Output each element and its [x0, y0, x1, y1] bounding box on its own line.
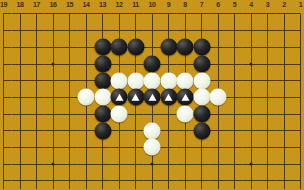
column-label: 19 — [0, 1, 7, 9]
intersection[interactable] — [45, 22, 62, 39]
column-label: 14 — [83, 1, 90, 9]
intersection[interactable] — [276, 106, 293, 123]
intersection[interactable] — [292, 56, 304, 73]
intersection[interactable] — [111, 122, 128, 139]
intersection[interactable] — [12, 56, 29, 73]
intersection[interactable] — [226, 39, 243, 56]
intersection[interactable] — [111, 156, 128, 173]
intersection[interactable] — [292, 72, 304, 89]
intersection[interactable] — [127, 106, 144, 123]
column-label: 8 — [183, 1, 186, 9]
intersection[interactable] — [94, 89, 111, 106]
intersection[interactable] — [127, 122, 144, 139]
intersection[interactable] — [193, 122, 210, 139]
marked-black-stone — [177, 89, 194, 106]
intersection[interactable] — [292, 89, 304, 106]
intersection[interactable] — [61, 89, 78, 106]
intersection[interactable] — [144, 106, 161, 123]
intersection[interactable] — [0, 156, 12, 173]
hoshi-dot — [151, 163, 154, 166]
intersection[interactable] — [243, 56, 260, 73]
intersection[interactable] — [177, 72, 194, 89]
intersection[interactable] — [45, 106, 62, 123]
intersection[interactable] — [78, 22, 95, 39]
intersection[interactable] — [45, 56, 62, 73]
intersection[interactable] — [111, 22, 128, 39]
triangle-mark-icon — [132, 94, 140, 101]
intersection[interactable] — [0, 72, 12, 89]
white-stone — [177, 72, 194, 89]
column-labels: 19181716151413121110987654321 — [0, 0, 304, 12]
intersection[interactable] — [94, 173, 111, 190]
black-stone — [127, 39, 144, 56]
intersection[interactable] — [144, 72, 161, 89]
intersection[interactable] — [78, 139, 95, 156]
intersection[interactable] — [226, 22, 243, 39]
intersection[interactable] — [292, 122, 304, 139]
intersection[interactable] — [45, 89, 62, 106]
black-stone — [94, 56, 111, 73]
intersection[interactable] — [259, 22, 276, 39]
intersection[interactable] — [276, 56, 293, 73]
intersection[interactable] — [0, 173, 12, 190]
intersection[interactable] — [276, 72, 293, 89]
intersection[interactable] — [45, 72, 62, 89]
intersection[interactable] — [210, 56, 227, 73]
intersection[interactable] — [12, 156, 29, 173]
marked-black-stone — [144, 89, 161, 106]
intersection[interactable] — [292, 173, 304, 190]
intersection[interactable] — [94, 22, 111, 39]
intersection[interactable] — [177, 122, 194, 139]
intersection[interactable] — [259, 139, 276, 156]
intersection[interactable] — [0, 139, 12, 156]
intersection[interactable] — [243, 173, 260, 190]
intersection[interactable] — [292, 39, 304, 56]
white-stone — [94, 89, 111, 106]
intersection[interactable] — [144, 22, 161, 39]
black-stone — [94, 72, 111, 89]
hoshi-dot — [250, 163, 253, 166]
intersection[interactable] — [28, 139, 45, 156]
column-label: 17 — [33, 1, 40, 9]
intersection[interactable] — [127, 72, 144, 89]
intersection[interactable] — [111, 173, 128, 190]
intersection[interactable] — [127, 39, 144, 56]
black-stone — [160, 39, 177, 56]
intersection[interactable] — [193, 39, 210, 56]
white-stone — [177, 106, 194, 123]
column-label: 4 — [249, 1, 252, 9]
intersection[interactable] — [276, 139, 293, 156]
intersection[interactable] — [292, 106, 304, 123]
intersection[interactable] — [127, 173, 144, 190]
intersection[interactable] — [78, 72, 95, 89]
intersection[interactable] — [210, 106, 227, 123]
intersection[interactable] — [177, 22, 194, 39]
hoshi-dot — [52, 163, 55, 166]
intersection[interactable] — [160, 106, 177, 123]
intersection[interactable] — [243, 39, 260, 56]
white-stone — [78, 89, 95, 106]
intersection[interactable] — [28, 173, 45, 190]
column-label: 10 — [149, 1, 156, 9]
intersection[interactable] — [259, 72, 276, 89]
intersection[interactable] — [144, 39, 161, 56]
intersection[interactable] — [276, 22, 293, 39]
black-stone — [94, 106, 111, 123]
intersection[interactable] — [259, 122, 276, 139]
hoshi-dot — [250, 63, 253, 66]
intersection[interactable] — [111, 89, 128, 106]
intersection[interactable] — [61, 39, 78, 56]
intersection[interactable] — [160, 39, 177, 56]
intersection[interactable] — [111, 39, 128, 56]
intersection[interactable] — [127, 89, 144, 106]
white-stone — [144, 139, 161, 156]
white-stone — [193, 72, 210, 89]
column-label: 15 — [66, 1, 73, 9]
intersection[interactable] — [193, 89, 210, 106]
marked-black-stone — [160, 89, 177, 106]
intersection[interactable] — [78, 173, 95, 190]
intersection[interactable] — [193, 22, 210, 39]
intersection[interactable] — [226, 106, 243, 123]
intersection[interactable] — [28, 122, 45, 139]
intersection[interactable] — [28, 22, 45, 39]
marked-black-stone — [111, 89, 128, 106]
intersection[interactable] — [193, 72, 210, 89]
black-stone — [94, 39, 111, 56]
column-label: 7 — [200, 1, 203, 9]
intersection[interactable] — [160, 173, 177, 190]
intersection[interactable] — [177, 56, 194, 73]
intersection[interactable] — [78, 122, 95, 139]
intersection[interactable] — [193, 156, 210, 173]
column-label: 13 — [99, 1, 106, 9]
intersection[interactable] — [276, 173, 293, 190]
intersection[interactable] — [111, 72, 128, 89]
intersection[interactable] — [28, 39, 45, 56]
triangle-mark-icon — [165, 94, 173, 101]
intersection[interactable] — [210, 22, 227, 39]
intersection[interactable] — [94, 139, 111, 156]
black-stone — [193, 39, 210, 56]
intersection[interactable] — [210, 173, 227, 190]
intersection[interactable] — [45, 156, 62, 173]
intersection[interactable] — [193, 173, 210, 190]
intersection[interactable] — [0, 56, 12, 73]
triangle-mark-icon — [181, 94, 189, 101]
marked-black-stone — [127, 89, 144, 106]
black-stone — [177, 39, 194, 56]
intersection[interactable] — [127, 156, 144, 173]
white-stone — [144, 122, 161, 139]
intersection[interactable] — [144, 56, 161, 73]
intersection[interactable] — [12, 22, 29, 39]
intersection[interactable] — [210, 89, 227, 106]
intersection[interactable] — [259, 39, 276, 56]
intersection[interactable] — [111, 56, 128, 73]
intersection[interactable] — [61, 156, 78, 173]
intersection[interactable] — [226, 173, 243, 190]
intersection[interactable] — [94, 106, 111, 123]
intersection[interactable] — [12, 139, 29, 156]
white-stone — [144, 72, 161, 89]
intersection[interactable] — [243, 139, 260, 156]
intersection[interactable] — [210, 39, 227, 56]
intersection[interactable] — [177, 139, 194, 156]
intersection[interactable] — [177, 173, 194, 190]
intersection[interactable] — [243, 89, 260, 106]
intersection[interactable] — [144, 122, 161, 139]
black-stone — [111, 39, 128, 56]
intersection[interactable] — [243, 156, 260, 173]
intersection[interactable] — [45, 173, 62, 190]
intersection[interactable] — [94, 72, 111, 89]
intersection[interactable] — [210, 72, 227, 89]
intersection[interactable] — [61, 122, 78, 139]
intersection[interactable] — [276, 39, 293, 56]
go-board-screenshot: 19181716151413121110987654321 — [0, 0, 304, 190]
intersection[interactable] — [111, 139, 128, 156]
intersection[interactable] — [127, 22, 144, 39]
intersection[interactable] — [45, 39, 62, 56]
intersection[interactable] — [61, 106, 78, 123]
black-stone — [193, 106, 210, 123]
intersection[interactable] — [78, 39, 95, 56]
intersection[interactable] — [78, 106, 95, 123]
white-stone — [111, 106, 128, 123]
intersection[interactable] — [61, 72, 78, 89]
intersection[interactable] — [160, 72, 177, 89]
column-label: 2 — [282, 1, 285, 9]
intersection[interactable] — [292, 22, 304, 39]
intersection[interactable] — [243, 122, 260, 139]
hoshi-dot — [52, 63, 55, 66]
intersection[interactable] — [144, 139, 161, 156]
intersection[interactable] — [276, 89, 293, 106]
intersection[interactable] — [259, 89, 276, 106]
intersection[interactable] — [177, 89, 194, 106]
column-label: 11 — [132, 1, 138, 9]
column-label: 5 — [233, 1, 236, 9]
intersection[interactable] — [28, 156, 45, 173]
intersection[interactable] — [12, 89, 29, 106]
intersection[interactable] — [28, 106, 45, 123]
intersection[interactable] — [0, 39, 12, 56]
intersection[interactable] — [160, 139, 177, 156]
intersection[interactable] — [226, 122, 243, 139]
intersection[interactable] — [210, 122, 227, 139]
intersection[interactable] — [276, 122, 293, 139]
intersection[interactable] — [177, 106, 194, 123]
intersection[interactable] — [160, 89, 177, 106]
intersection[interactable] — [243, 106, 260, 123]
intersection[interactable] — [61, 173, 78, 190]
intersection[interactable] — [94, 39, 111, 56]
intersection[interactable] — [276, 156, 293, 173]
intersection[interactable] — [61, 56, 78, 73]
column-label: 9 — [167, 1, 170, 9]
black-stone — [193, 56, 210, 73]
intersection[interactable] — [78, 89, 95, 106]
intersection[interactable] — [0, 122, 12, 139]
intersection[interactable] — [94, 156, 111, 173]
white-stone — [210, 89, 227, 106]
white-stone — [111, 72, 128, 89]
intersection[interactable] — [292, 156, 304, 173]
intersection[interactable] — [61, 139, 78, 156]
intersection[interactable] — [193, 139, 210, 156]
intersection[interactable] — [177, 39, 194, 56]
intersection[interactable] — [28, 72, 45, 89]
intersection[interactable] — [28, 56, 45, 73]
column-label: 18 — [17, 1, 24, 9]
intersection[interactable] — [160, 156, 177, 173]
white-stone — [127, 72, 144, 89]
intersection[interactable] — [210, 156, 227, 173]
intersection[interactable] — [94, 56, 111, 73]
intersection[interactable] — [94, 122, 111, 139]
intersection[interactable] — [193, 106, 210, 123]
triangle-mark-icon — [115, 94, 123, 101]
intersection[interactable] — [259, 173, 276, 190]
intersection[interactable] — [45, 139, 62, 156]
intersection[interactable] — [226, 56, 243, 73]
intersection[interactable] — [243, 22, 260, 39]
white-stone — [160, 72, 177, 89]
column-label: 16 — [50, 1, 57, 9]
intersection[interactable] — [28, 89, 45, 106]
intersection[interactable] — [61, 22, 78, 39]
intersection[interactable] — [259, 56, 276, 73]
triangle-mark-icon — [148, 94, 156, 101]
white-stone — [193, 89, 210, 106]
intersection[interactable] — [0, 106, 12, 123]
black-stone — [94, 122, 111, 139]
intersection[interactable] — [177, 156, 194, 173]
intersection[interactable] — [210, 139, 227, 156]
intersection[interactable] — [144, 173, 161, 190]
intersection[interactable] — [12, 72, 29, 89]
intersection[interactable] — [193, 56, 210, 73]
intersection[interactable] — [127, 56, 144, 73]
intersection[interactable] — [160, 122, 177, 139]
intersection[interactable] — [144, 89, 161, 106]
intersection[interactable] — [78, 156, 95, 173]
go-board — [0, 6, 304, 190]
intersection[interactable] — [292, 139, 304, 156]
intersection[interactable] — [259, 106, 276, 123]
intersection[interactable] — [78, 56, 95, 73]
intersection[interactable] — [259, 156, 276, 173]
intersection[interactable] — [226, 156, 243, 173]
intersection[interactable] — [12, 122, 29, 139]
intersection[interactable] — [111, 106, 128, 123]
column-label: 6 — [216, 1, 219, 9]
intersection[interactable] — [0, 89, 12, 106]
intersection[interactable] — [144, 156, 161, 173]
intersection[interactable] — [226, 89, 243, 106]
intersection[interactable] — [160, 56, 177, 73]
intersection[interactable] — [127, 139, 144, 156]
intersection[interactable] — [226, 139, 243, 156]
intersection[interactable] — [160, 22, 177, 39]
intersection[interactable] — [226, 72, 243, 89]
black-stone — [144, 56, 161, 73]
intersection[interactable] — [12, 173, 29, 190]
column-label: 12 — [116, 1, 123, 9]
intersection[interactable] — [45, 122, 62, 139]
black-stone — [193, 122, 210, 139]
intersection[interactable] — [12, 39, 29, 56]
intersection[interactable] — [12, 106, 29, 123]
column-label: 3 — [266, 1, 269, 9]
intersection[interactable] — [0, 22, 12, 39]
intersection[interactable] — [243, 72, 260, 89]
column-label: 1 — [299, 1, 302, 9]
